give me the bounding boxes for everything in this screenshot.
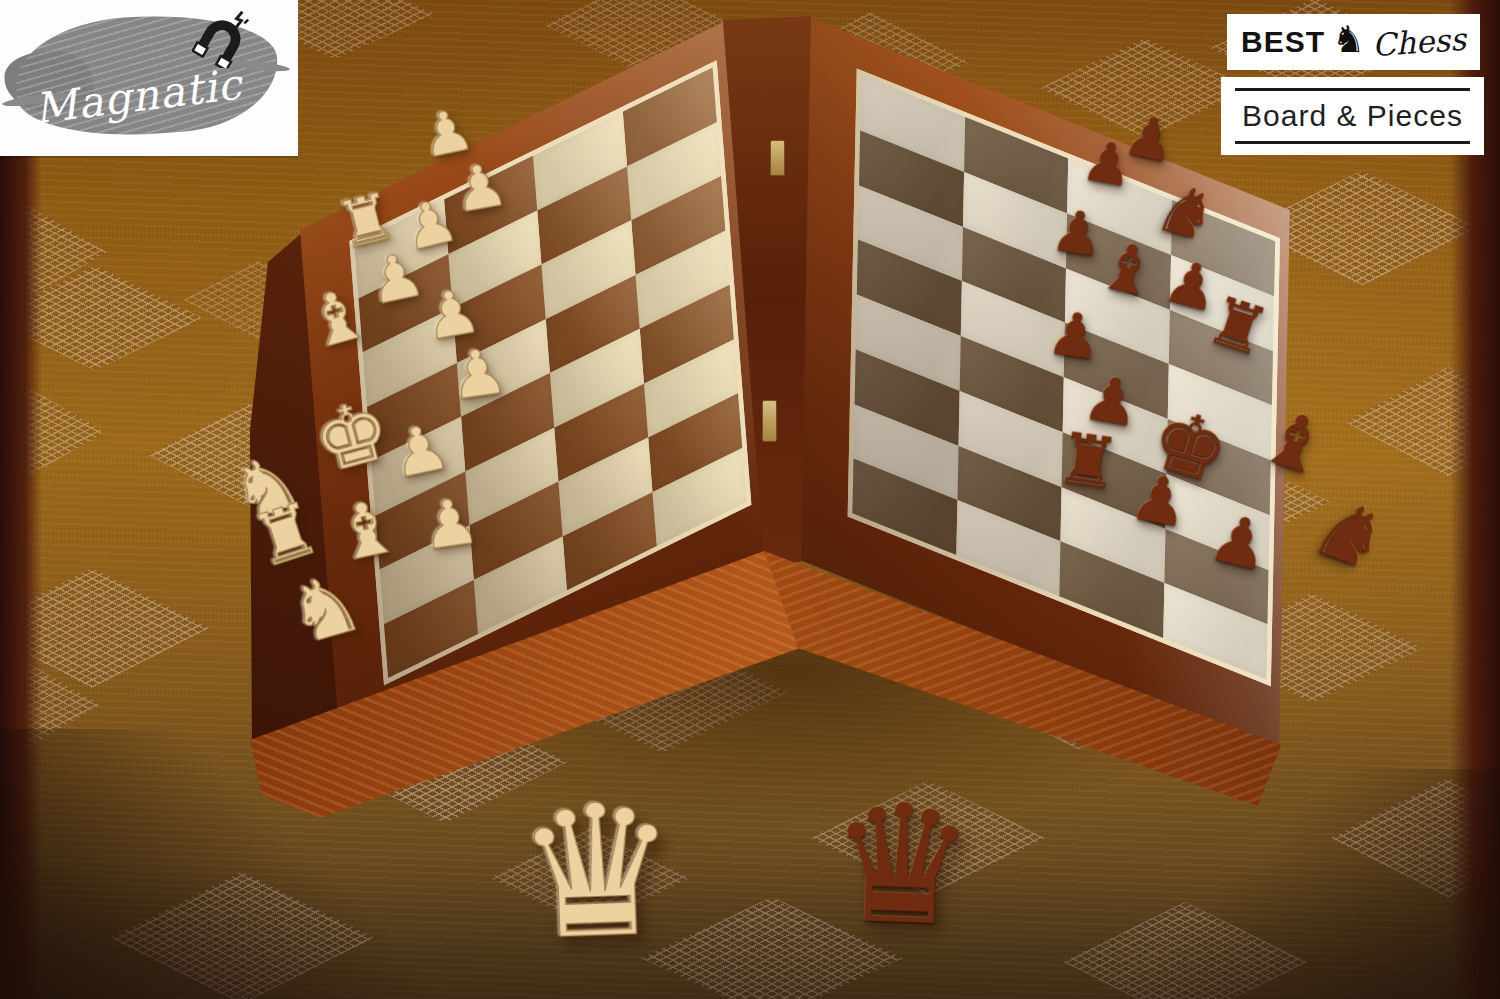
board-pieces-badge: Board & Pieces (1221, 77, 1484, 155)
brass-hinge-icon (770, 140, 785, 176)
brass-hinge-icon (762, 400, 777, 442)
magnatic-logo-badge: Magnatic (0, 0, 298, 156)
diamond-motif (0, 382, 106, 482)
lightning-icon (235, 12, 243, 29)
best-chess-badge: BEST ♞ Chess (1227, 14, 1480, 70)
diamond-motif (110, 872, 375, 999)
badge-board-pieces-text: Board & Pieces (1242, 99, 1463, 133)
badge-rule-frame: Board & Pieces (1235, 88, 1470, 144)
badge-best-text: BEST (1241, 25, 1325, 59)
diamond-motif (1063, 902, 1308, 999)
diamond-motif (1331, 778, 1500, 898)
diamond-motif (0, 653, 100, 758)
product-photo-scene: ♟♟♟♜♟♝♟♟♚♟♜♝♟♞♞♟♟♞♟♝♟♟♜♟♚♝♟♜♞♟♛♛ Magnati… (0, 0, 1500, 999)
diamond-motif (0, 202, 107, 302)
diamond-motif (1346, 367, 1500, 477)
knight-icon: ♞ (1332, 18, 1365, 61)
badge-chess-text: Chess (1371, 21, 1467, 63)
diamond-motif (0, 568, 210, 688)
diamond-motif (641, 897, 903, 999)
diamond-motif (0, 266, 203, 371)
